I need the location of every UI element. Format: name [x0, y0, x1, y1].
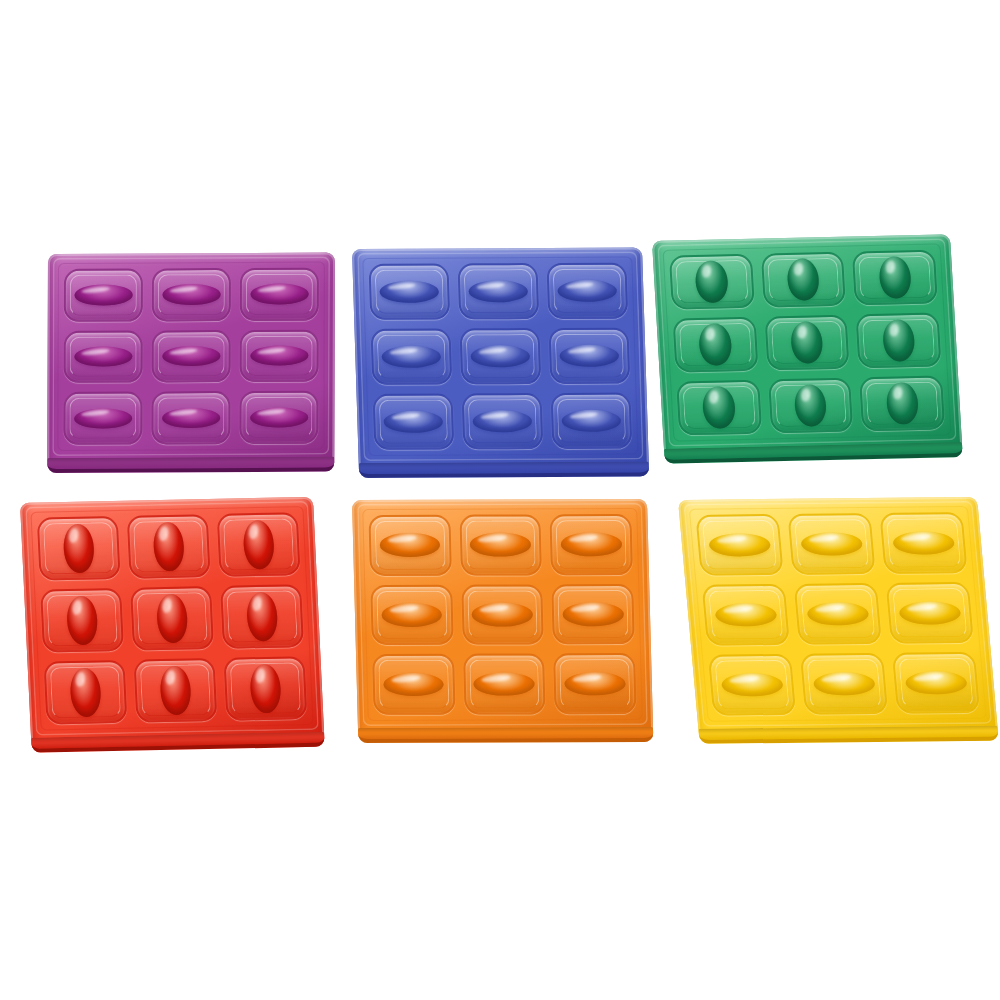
tray-orange — [352, 499, 653, 743]
yellow-bump-horizontal — [806, 602, 870, 627]
purple-cell-r0c2 — [240, 268, 319, 321]
purple-cell-r1c2 — [240, 329, 319, 382]
yellow-bump-horizontal — [892, 531, 956, 556]
scene-white-background — [0, 0, 1000, 1000]
yellow-cell-r1c0 — [702, 584, 790, 646]
yellow-cell-r2c0 — [708, 654, 796, 716]
purple-bump-horizontal — [162, 346, 221, 367]
purple-cell-r0c1 — [152, 268, 231, 321]
green-bump-vertical — [786, 258, 820, 301]
yellow-cell-r0c1 — [787, 513, 875, 575]
red-bump-vertical — [249, 663, 282, 713]
blue-cell-r0c2 — [546, 263, 628, 319]
blue-bump-horizontal — [381, 346, 441, 368]
green-bump-vertical — [878, 256, 912, 299]
orange-bump-horizontal — [472, 602, 533, 626]
tray-blue-grid — [368, 263, 632, 450]
orange-cell-r2c2 — [553, 653, 636, 714]
purple-bump-horizontal — [250, 345, 309, 366]
green-cell-r0c1 — [760, 252, 846, 308]
blue-cell-r1c1 — [460, 328, 542, 384]
tray-purple — [47, 252, 335, 473]
yellow-cell-r2c1 — [800, 653, 888, 715]
tray-orange-grid — [368, 514, 636, 715]
purple-bump-horizontal — [162, 408, 221, 429]
green-cell-r0c2 — [852, 250, 938, 306]
purple-cell-r2c1 — [151, 391, 230, 444]
orange-cell-r0c0 — [368, 515, 451, 576]
purple-bump-horizontal — [162, 284, 221, 305]
red-bump-vertical — [69, 667, 102, 717]
purple-bump-horizontal — [250, 407, 309, 428]
red-bump-vertical — [155, 593, 188, 643]
orange-bump-horizontal — [561, 532, 622, 556]
blue-bump-horizontal — [557, 280, 617, 302]
orange-cell-r0c2 — [550, 514, 633, 575]
purple-cell-r1c1 — [152, 330, 231, 383]
red-cell-r2c1 — [133, 658, 217, 723]
yellow-cell-r1c2 — [886, 582, 974, 644]
yellow-bump-horizontal — [898, 601, 962, 626]
green-cell-r2c0 — [676, 380, 762, 436]
tray-orange-face — [357, 503, 648, 726]
purple-bump-horizontal — [74, 408, 133, 429]
blue-cell-r1c2 — [549, 328, 631, 384]
purple-cell-r2c2 — [239, 391, 318, 444]
orange-bump-horizontal — [383, 672, 444, 696]
tray-purple-side-edge — [47, 457, 334, 474]
yellow-bump-horizontal — [812, 671, 876, 696]
orange-bump-horizontal — [379, 533, 440, 557]
orange-bump-horizontal — [563, 602, 624, 626]
blue-cell-r2c1 — [462, 393, 544, 449]
purple-cell-r2c0 — [63, 392, 142, 445]
blue-bump-horizontal — [559, 345, 619, 367]
blue-bump-horizontal — [383, 411, 443, 433]
red-cell-r2c2 — [223, 656, 307, 721]
purple-bump-horizontal — [74, 285, 133, 306]
blue-bump-horizontal — [561, 410, 621, 432]
tray-yellow-face — [683, 501, 992, 727]
green-bump-vertical — [790, 321, 824, 364]
tray-red — [20, 497, 325, 753]
orange-bump-horizontal — [474, 672, 535, 696]
red-cell-r0c1 — [127, 514, 211, 579]
purple-bump-horizontal — [250, 284, 309, 305]
blue-cell-r0c0 — [368, 263, 450, 319]
orange-cell-r0c1 — [459, 514, 542, 575]
blue-bump-horizontal — [470, 345, 530, 367]
red-bump-vertical — [152, 521, 185, 571]
green-cell-r0c0 — [669, 254, 755, 310]
tray-yellow-side-edge — [698, 726, 998, 744]
blue-bump-horizontal — [472, 410, 532, 432]
red-cell-r0c2 — [217, 512, 301, 577]
blue-cell-r2c2 — [551, 393, 633, 449]
green-cell-r2c1 — [768, 378, 854, 434]
purple-bump-horizontal — [74, 346, 133, 367]
red-cell-r1c0 — [40, 588, 124, 653]
red-cell-r1c2 — [220, 584, 304, 649]
green-bump-vertical — [698, 323, 732, 366]
orange-bump-horizontal — [564, 672, 625, 696]
tray-purple-grid — [63, 268, 319, 445]
tray-blue — [352, 247, 649, 477]
tray-green-face — [657, 238, 957, 446]
green-bump-vertical — [882, 319, 916, 362]
purple-cell-r1c0 — [64, 330, 143, 383]
red-cell-r1c1 — [130, 586, 214, 651]
green-cell-r2c2 — [859, 375, 945, 431]
green-cell-r1c1 — [764, 315, 850, 371]
yellow-bump-horizontal — [904, 671, 968, 696]
yellow-cell-r0c2 — [879, 512, 967, 574]
yellow-cell-r2c2 — [892, 652, 980, 714]
blue-cell-r0c1 — [457, 263, 539, 319]
orange-cell-r1c2 — [552, 584, 635, 645]
red-cell-r2c0 — [43, 660, 127, 725]
blue-bump-horizontal — [468, 280, 528, 302]
tray-blue-face — [357, 252, 644, 461]
orange-cell-r1c1 — [461, 584, 544, 645]
red-bump-vertical — [245, 591, 278, 641]
blue-cell-r2c0 — [373, 393, 455, 449]
yellow-bump-horizontal — [714, 603, 778, 628]
red-bump-vertical — [242, 519, 275, 569]
tray-blue-side-edge — [359, 461, 649, 478]
red-bump-vertical — [66, 595, 99, 645]
purple-cell-r0c0 — [64, 269, 143, 322]
red-cell-r0c0 — [37, 516, 121, 581]
orange-cell-r1c0 — [370, 584, 453, 645]
orange-bump-horizontal — [470, 533, 531, 557]
yellow-cell-r1c1 — [794, 583, 882, 645]
red-bump-vertical — [62, 523, 95, 573]
tray-orange-side-edge — [358, 727, 653, 743]
orange-bump-horizontal — [381, 603, 442, 627]
tray-red-face — [25, 501, 319, 736]
green-bump-vertical — [695, 260, 729, 303]
green-bump-vertical — [794, 384, 828, 427]
yellow-bump-horizontal — [708, 533, 772, 558]
tray-green-grid — [669, 250, 945, 436]
orange-cell-r2c1 — [463, 654, 546, 715]
tray-yellow-grid — [695, 512, 980, 716]
blue-bump-horizontal — [379, 281, 439, 303]
orange-cell-r2c0 — [372, 654, 455, 715]
tray-red-grid — [37, 512, 308, 724]
red-bump-vertical — [159, 665, 192, 715]
tray-purple-face — [52, 257, 330, 456]
yellow-cell-r0c0 — [695, 514, 783, 576]
green-cell-r1c2 — [856, 313, 942, 369]
blue-cell-r1c0 — [371, 328, 453, 384]
tray-green — [652, 234, 963, 464]
green-cell-r1c0 — [672, 317, 758, 373]
yellow-bump-horizontal — [800, 532, 864, 557]
tray-yellow — [678, 497, 999, 744]
green-bump-vertical — [885, 382, 919, 425]
yellow-bump-horizontal — [720, 672, 784, 697]
green-bump-vertical — [702, 386, 736, 429]
